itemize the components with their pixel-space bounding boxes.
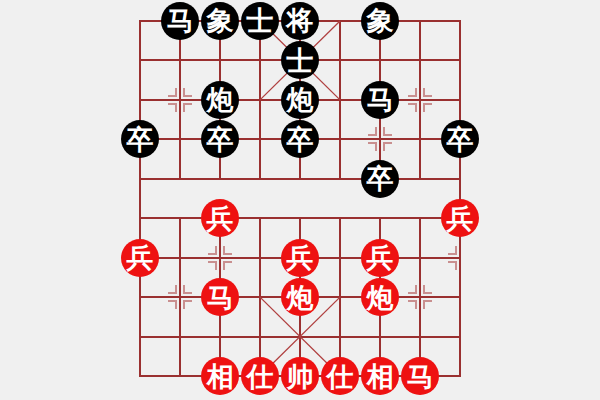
xiangqi-screenshot: 马象士将象士炮炮马卒卒卒卒卒兵兵兵兵兵马炮炮相仕帅仕相马 xyxy=(0,0,600,400)
piece-black-horse[interactable]: 马 xyxy=(361,81,399,119)
piece-black-cannon[interactable]: 炮 xyxy=(281,81,319,119)
piece-red-soldier[interactable]: 兵 xyxy=(441,199,479,237)
piece-black-soldier[interactable]: 卒 xyxy=(201,120,239,158)
piece-red-soldier[interactable]: 兵 xyxy=(201,199,239,237)
piece-black-advisor[interactable]: 士 xyxy=(281,41,319,79)
piece-red-elephant[interactable]: 相 xyxy=(201,357,239,395)
piece-red-advisor[interactable]: 仕 xyxy=(321,357,359,395)
piece-black-soldier[interactable]: 卒 xyxy=(441,120,479,158)
piece-black-soldier[interactable]: 卒 xyxy=(361,160,399,198)
piece-red-soldier[interactable]: 兵 xyxy=(281,239,319,277)
xiangqi-board[interactable]: 马象士将象士炮炮马卒卒卒卒卒兵兵兵兵兵马炮炮相仕帅仕相马 xyxy=(120,1,480,396)
piece-black-horse[interactable]: 马 xyxy=(161,2,199,40)
piece-red-soldier[interactable]: 兵 xyxy=(361,239,399,277)
piece-red-cannon[interactable]: 炮 xyxy=(361,278,399,316)
piece-red-soldier[interactable]: 兵 xyxy=(121,239,159,277)
piece-black-cannon[interactable]: 炮 xyxy=(201,81,239,119)
piece-red-horse[interactable]: 马 xyxy=(401,357,439,395)
piece-black-elephant[interactable]: 象 xyxy=(201,2,239,40)
piece-black-elephant[interactable]: 象 xyxy=(361,2,399,40)
piece-red-elephant[interactable]: 相 xyxy=(361,357,399,395)
piece-red-horse[interactable]: 马 xyxy=(201,278,239,316)
piece-black-soldier[interactable]: 卒 xyxy=(281,120,319,158)
piece-red-general[interactable]: 帅 xyxy=(281,357,319,395)
piece-black-soldier[interactable]: 卒 xyxy=(121,120,159,158)
piece-black-general[interactable]: 将 xyxy=(281,2,319,40)
piece-red-cannon[interactable]: 炮 xyxy=(281,278,319,316)
piece-red-advisor[interactable]: 仕 xyxy=(241,357,279,395)
piece-black-advisor[interactable]: 士 xyxy=(241,2,279,40)
